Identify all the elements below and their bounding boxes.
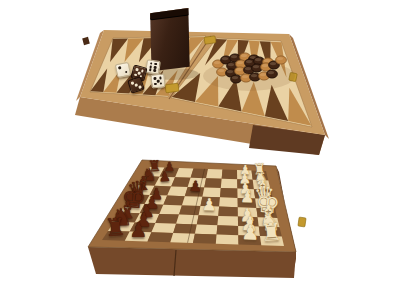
boards-graphic [0, 0, 400, 300]
case-knob [82, 37, 90, 45]
chess-square [170, 233, 195, 243]
chess-square [179, 205, 201, 215]
chess-square [237, 179, 254, 189]
chess-square [252, 171, 269, 181]
chess-square [260, 236, 284, 246]
chess-case-side [88, 247, 296, 278]
chess-square [217, 225, 239, 235]
chess-square [202, 188, 220, 198]
chess-square [254, 189, 273, 199]
chess-square [217, 216, 238, 226]
chess-square [204, 178, 221, 188]
chess-square [238, 235, 261, 245]
chess-square [259, 227, 282, 237]
chess-square [258, 217, 280, 227]
chess-square [159, 205, 182, 215]
chess-square [199, 206, 220, 216]
chess-square [182, 196, 203, 206]
brass-latch [298, 217, 306, 227]
brass-hinge [165, 83, 179, 93]
product-photo-game-set: ♜♟♟♜♞♟♟♞♝♟♟♝♛♟♟♛♚♟♟♚♝♟♟♝♞♟♟♞♜♟♟♜ [0, 0, 400, 300]
chess-square [256, 208, 277, 218]
chess-square [238, 198, 257, 208]
chess-square [201, 197, 221, 207]
chess-square [193, 234, 217, 244]
chess-square [155, 214, 179, 224]
chess-square [195, 225, 218, 235]
chess-square [197, 215, 219, 225]
chess-square [148, 232, 174, 242]
chess-square [151, 223, 176, 233]
dice-cup [146, 6, 192, 72]
chess-square [221, 179, 238, 189]
chess-square [191, 169, 208, 179]
chess-square [218, 207, 238, 217]
chess-square [219, 197, 238, 207]
chess-square [173, 224, 197, 234]
chess-square [255, 199, 275, 209]
chess-square [253, 180, 271, 190]
chess-square [176, 215, 199, 225]
brass-hinge [204, 36, 216, 44]
chess-square [238, 226, 260, 236]
chess-square [206, 169, 222, 179]
chess-square [237, 189, 255, 199]
chess-square [222, 170, 238, 180]
chess-square [188, 178, 206, 188]
chess-square [237, 170, 253, 180]
chess-square [238, 207, 258, 217]
chess-square [238, 217, 259, 227]
chess-square [216, 235, 239, 245]
chess-square [220, 188, 238, 198]
chess-square [185, 187, 205, 197]
